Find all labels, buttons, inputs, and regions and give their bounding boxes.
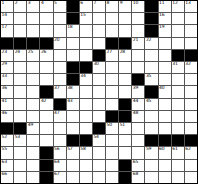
cell-r4c15[interactable] — [185, 38, 197, 49]
cell-r12c2[interactable]: 53 — [14, 135, 26, 146]
cell-r3c4[interactable] — [40, 25, 52, 36]
cell-r11c4[interactable] — [40, 123, 52, 134]
clue-number: 36 — [2, 86, 7, 91]
cell-r10c12[interactable] — [145, 111, 157, 122]
black-cell-r12c12 — [145, 135, 157, 146]
cell-r7c2[interactable] — [14, 74, 26, 85]
cell-r9c8[interactable] — [93, 99, 105, 110]
cell-r13c5[interactable]: 56 — [54, 147, 66, 158]
black-cell-r4c4 — [40, 38, 52, 49]
clue-number: 22 — [146, 38, 151, 43]
cell-r15c11[interactable]: 68 — [132, 172, 144, 183]
cell-r14c1[interactable]: 63 — [1, 160, 13, 171]
cell-r10c14[interactable] — [172, 111, 184, 122]
cell-r7c9[interactable] — [106, 74, 118, 85]
cell-r2c9[interactable] — [106, 13, 118, 24]
clue-number: 25 — [28, 50, 33, 55]
cell-r3c3[interactable] — [27, 25, 39, 36]
cell-r2c1[interactable]: 14 — [1, 13, 13, 24]
cell-r9c3[interactable] — [27, 99, 39, 110]
cell-r5c2[interactable]: 24 — [14, 50, 26, 61]
black-cell-r8c12 — [145, 86, 157, 97]
cell-r9c2[interactable] — [14, 99, 26, 110]
cell-r2c14[interactable] — [172, 13, 184, 24]
clue-number: 19 — [159, 25, 164, 30]
cell-r9c15[interactable] — [185, 99, 197, 110]
clue-number: 3 — [28, 1, 31, 6]
clue-number: 59 — [146, 147, 151, 152]
cell-r5c11[interactable] — [132, 50, 144, 61]
cell-r4c8[interactable] — [93, 38, 105, 49]
cell-r4c13[interactable] — [159, 38, 171, 49]
cell-r5c13[interactable] — [159, 50, 171, 61]
cell-r14c8[interactable] — [93, 160, 105, 171]
clue-number: 54 — [93, 135, 98, 140]
cell-r6c10[interactable] — [119, 62, 131, 73]
clue-number: 2 — [15, 1, 18, 6]
cell-r7c3[interactable] — [27, 74, 39, 85]
cell-r13c12[interactable]: 59 — [145, 147, 157, 158]
cell-r5c6[interactable] — [67, 50, 79, 61]
cell-r13c2[interactable] — [14, 147, 26, 158]
black-cell-r5c14 — [172, 50, 184, 61]
cell-r2c15[interactable] — [185, 13, 197, 24]
cell-r2c5[interactable] — [54, 13, 66, 24]
cell-r6c2[interactable] — [14, 62, 26, 73]
cell-r4c11[interactable]: 21 — [132, 38, 144, 49]
cell-r6c12[interactable] — [145, 62, 157, 73]
cell-r14c5[interactable]: 64 — [54, 160, 66, 171]
cell-r9c14[interactable] — [172, 99, 184, 110]
cell-r8c14[interactable] — [172, 86, 184, 97]
cell-r8c15[interactable] — [185, 86, 197, 97]
cell-r7c15[interactable] — [185, 74, 197, 85]
cell-r3c10[interactable] — [119, 25, 131, 36]
cell-r12c1[interactable]: 52 — [1, 135, 13, 146]
black-cell-r7c11 — [132, 74, 144, 85]
black-cell-r5c15 — [185, 50, 197, 61]
clue-number: 39 — [133, 86, 138, 91]
cell-r10c2[interactable] — [14, 111, 26, 122]
cell-r14c9[interactable] — [106, 160, 118, 171]
black-cell-r9c10 — [119, 99, 131, 110]
clue-number: 27 — [107, 50, 112, 55]
cell-r10c13[interactable] — [159, 111, 171, 122]
cell-r11c9[interactable]: 50 — [106, 123, 118, 134]
cell-r5c7[interactable] — [80, 50, 92, 61]
cell-r10c5[interactable]: 47 — [54, 111, 66, 122]
cell-r12c9[interactable] — [106, 135, 118, 146]
black-cell-r10c10 — [119, 111, 131, 122]
black-cell-r14c10 — [119, 160, 131, 171]
black-cell-r1c12 — [145, 1, 157, 12]
cell-r1c9[interactable]: 8 — [106, 1, 118, 12]
clue-number: 38 — [67, 86, 72, 91]
cell-r13c15[interactable]: 62 — [185, 147, 197, 158]
clue-number: 20 — [54, 38, 59, 43]
cell-r6c15[interactable]: 32 — [185, 62, 197, 73]
clue-number: 49 — [28, 123, 33, 128]
clue-number: 67 — [54, 172, 59, 177]
cell-r9c12[interactable]: 45 — [145, 99, 157, 110]
cell-r6c9[interactable] — [106, 62, 118, 73]
cell-r10c4[interactable] — [40, 111, 52, 122]
black-cell-r9c5 — [54, 99, 66, 110]
cell-r13c10[interactable] — [119, 147, 131, 158]
black-cell-r14c4 — [40, 160, 52, 171]
cell-r2c10[interactable] — [119, 13, 131, 24]
cell-r4c7[interactable] — [80, 38, 92, 49]
clue-number: 7 — [93, 1, 96, 6]
cell-r8c9[interactable] — [106, 86, 118, 97]
cell-r3c5[interactable] — [54, 25, 66, 36]
cell-r10c15[interactable] — [185, 111, 197, 122]
cell-r13c7[interactable]: 58 — [80, 147, 92, 158]
cell-r6c8[interactable]: 30 — [93, 62, 105, 73]
cell-r8c1[interactable]: 36 — [1, 86, 13, 97]
cell-r8c3[interactable] — [27, 86, 39, 97]
cell-r1c3[interactable]: 3 — [27, 1, 39, 12]
black-cell-r2c6 — [67, 13, 79, 24]
cell-r13c9[interactable] — [106, 147, 118, 158]
cell-r8c5[interactable]: 37 — [54, 86, 66, 97]
cell-r15c12[interactable] — [145, 172, 157, 183]
cell-r5c5[interactable] — [54, 50, 66, 61]
cell-r6c5[interactable] — [54, 62, 66, 73]
cell-r1c11[interactable]: 10 — [132, 1, 144, 12]
clue-number: 37 — [54, 86, 59, 91]
cell-r10c11[interactable]: 48 — [132, 111, 144, 122]
cell-r14c11[interactable]: 65 — [132, 160, 144, 171]
black-cell-r7c6 — [67, 74, 79, 85]
clue-number: 8 — [107, 1, 110, 6]
cell-r14c6[interactable] — [67, 160, 79, 171]
cell-r4c12[interactable]: 22 — [145, 38, 157, 49]
cell-r7c5[interactable] — [54, 74, 66, 85]
cell-r11c7[interactable] — [80, 123, 92, 134]
cell-r10c1[interactable]: 46 — [1, 111, 13, 122]
black-cell-r11c1 — [1, 123, 13, 134]
clue-number: 28 — [120, 50, 125, 55]
cell-r4c5[interactable]: 20 — [54, 38, 66, 49]
cell-r2c13[interactable]: 16 — [159, 13, 171, 24]
cell-r5c10[interactable]: 28 — [119, 50, 131, 61]
cell-r9c11[interactable]: 44 — [132, 99, 144, 110]
clue-number: 60 — [159, 147, 164, 152]
clue-number: 41 — [2, 99, 7, 104]
clue-number: 29 — [2, 62, 7, 67]
clue-number: 51 — [120, 123, 125, 128]
black-cell-r8c4 — [40, 86, 52, 97]
cell-r15c15[interactable] — [185, 172, 197, 183]
black-cell-r4c1 — [1, 38, 13, 49]
cell-r9c1[interactable]: 41 — [1, 99, 13, 110]
clue-number: 34 — [80, 74, 85, 79]
cell-r9c9[interactable] — [106, 99, 118, 110]
clue-number: 15 — [80, 13, 85, 18]
cell-r9c6[interactable]: 43 — [67, 99, 79, 110]
cell-r1c15[interactable]: 13 — [185, 1, 197, 12]
cell-r1c8[interactable]: 7 — [93, 1, 105, 12]
clue-number: 40 — [159, 86, 164, 91]
cell-r9c4[interactable]: 42 — [40, 99, 52, 110]
clue-number: 33 — [2, 74, 7, 79]
cell-r11c3[interactable]: 49 — [27, 123, 39, 134]
cell-r8c7[interactable] — [80, 86, 92, 97]
cell-r12c3[interactable] — [27, 135, 39, 146]
cell-r5c1[interactable]: 23 — [1, 50, 13, 61]
clue-number: 56 — [54, 147, 59, 152]
cell-r6c13[interactable] — [159, 62, 171, 73]
cell-r3c7[interactable] — [80, 25, 92, 36]
clue-number: 13 — [185, 1, 190, 6]
cell-r3c8[interactable] — [93, 25, 105, 36]
cell-r15c1[interactable]: 66 — [1, 172, 13, 183]
clue-number: 61 — [172, 147, 177, 152]
cell-r11c10[interactable]: 51 — [119, 123, 131, 134]
cell-r1c5[interactable]: 5 — [54, 1, 66, 12]
clue-number: 23 — [2, 50, 7, 55]
cell-r8c10[interactable] — [119, 86, 131, 97]
clue-number: 17 — [2, 25, 7, 30]
cell-r12c5[interactable] — [54, 135, 66, 146]
cell-r11c6[interactable] — [67, 123, 79, 134]
cell-r7c10[interactable] — [119, 74, 131, 85]
cell-r8c2[interactable] — [14, 86, 26, 97]
cell-r13c6[interactable]: 57 — [67, 147, 79, 158]
clue-number: 30 — [93, 62, 98, 67]
cell-r12c11[interactable] — [132, 135, 144, 146]
cell-r14c2[interactable] — [14, 160, 26, 171]
clue-number: 48 — [133, 111, 138, 116]
clue-number: 26 — [41, 50, 46, 55]
clue-number: 43 — [67, 99, 72, 104]
clue-number: 66 — [2, 172, 7, 177]
cell-r13c14[interactable]: 61 — [172, 147, 184, 158]
cell-r14c13[interactable] — [159, 160, 171, 171]
black-cell-r4c9 — [106, 38, 118, 49]
black-cell-r11c8 — [93, 123, 105, 134]
cell-r6c1[interactable]: 29 — [1, 62, 13, 73]
cell-r2c3[interactable] — [27, 13, 39, 24]
cell-r1c14[interactable]: 12 — [172, 1, 184, 12]
cell-r3c2[interactable] — [14, 25, 26, 36]
clue-number: 31 — [172, 62, 177, 67]
cell-r1c13[interactable]: 11 — [159, 1, 171, 12]
cell-r13c13[interactable]: 60 — [159, 147, 171, 158]
cell-r13c11[interactable] — [132, 147, 144, 158]
clue-number: 64 — [54, 160, 59, 165]
cell-r6c11[interactable] — [132, 62, 144, 73]
cell-r15c6[interactable] — [67, 172, 79, 183]
black-cell-r12c6 — [67, 135, 79, 146]
cell-r12c4[interactable] — [40, 135, 52, 146]
black-cell-r5c8 — [93, 50, 105, 61]
clue-number: 55 — [2, 147, 7, 152]
cell-r5c9[interactable]: 27 — [106, 50, 118, 61]
cell-r6c4[interactable] — [40, 62, 52, 73]
cell-r2c11[interactable] — [132, 13, 144, 24]
clue-number: 42 — [41, 99, 46, 104]
cell-r8c6[interactable]: 38 — [67, 86, 79, 97]
cell-r7c14[interactable] — [172, 74, 184, 85]
cell-r7c8[interactable] — [93, 74, 105, 85]
cell-r6c3[interactable] — [27, 62, 39, 73]
cell-r15c5[interactable]: 67 — [54, 172, 66, 183]
cell-r1c1[interactable]: 1 — [1, 1, 13, 12]
cell-r7c7[interactable]: 34 — [80, 74, 92, 85]
cell-r9c13[interactable] — [159, 99, 171, 110]
cell-r15c9[interactable] — [106, 172, 118, 183]
cell-r14c12[interactable] — [145, 160, 157, 171]
cell-r12c8[interactable]: 54 — [93, 135, 105, 146]
cell-r1c10[interactable]: 9 — [119, 1, 131, 12]
cell-r1c7[interactable]: 6 — [80, 1, 92, 12]
black-cell-r4c10 — [119, 38, 131, 49]
cell-r15c14[interactable] — [172, 172, 184, 183]
cell-r13c3[interactable] — [27, 147, 39, 158]
black-cell-r15c10 — [119, 172, 131, 183]
black-cell-r13c4 — [40, 147, 52, 158]
cell-r3c1[interactable]: 17 — [1, 25, 13, 36]
black-cell-r12c14 — [172, 135, 184, 146]
cell-r11c12[interactable] — [145, 123, 157, 134]
clue-number: 68 — [133, 172, 138, 177]
black-cell-r3c12 — [145, 25, 157, 36]
cell-r15c8[interactable] — [93, 172, 105, 183]
cell-r15c7[interactable] — [80, 172, 92, 183]
cell-r15c3[interactable] — [27, 172, 39, 183]
clue-number: 53 — [15, 135, 20, 140]
clue-number: 11 — [159, 1, 164, 6]
clue-number: 6 — [80, 1, 83, 6]
cell-r11c13[interactable] — [159, 123, 171, 134]
cell-r11c14[interactable] — [172, 123, 184, 134]
clue-number: 62 — [185, 147, 190, 152]
black-cell-r6c7 — [80, 62, 92, 73]
cell-r4c6[interactable] — [67, 38, 79, 49]
cell-r9c7[interactable] — [80, 99, 92, 110]
cell-r15c2[interactable] — [14, 172, 26, 183]
clue-number: 16 — [159, 13, 164, 18]
clue-number: 14 — [2, 13, 7, 18]
cell-r2c4[interactable] — [40, 13, 52, 24]
clue-number: 57 — [67, 147, 72, 152]
cell-r13c1[interactable]: 55 — [1, 147, 13, 158]
cell-r6c14[interactable]: 31 — [172, 62, 184, 73]
cell-r5c12[interactable] — [145, 50, 157, 61]
cell-r11c11[interactable] — [132, 123, 144, 134]
clue-number: 65 — [133, 160, 138, 165]
clue-number: 32 — [185, 62, 190, 67]
clue-number: 12 — [172, 1, 177, 6]
clue-number: 50 — [107, 123, 112, 128]
cell-r7c13[interactable] — [159, 74, 171, 85]
cell-r3c9[interactable] — [106, 25, 118, 36]
cell-r7c1[interactable]: 33 — [1, 74, 13, 85]
cell-r15c13[interactable] — [159, 172, 171, 183]
cell-r12c10[interactable] — [119, 135, 131, 146]
black-cell-r2c12 — [145, 13, 157, 24]
black-cell-r1c6 — [67, 1, 79, 12]
cell-r5c4[interactable]: 26 — [40, 50, 52, 61]
cell-r8c13[interactable]: 40 — [159, 86, 171, 97]
cell-r5c3[interactable]: 25 — [27, 50, 39, 61]
cell-r13c8[interactable] — [93, 147, 105, 158]
cell-r8c8[interactable] — [93, 86, 105, 97]
cell-r14c7[interactable] — [80, 160, 92, 171]
cell-r3c11[interactable] — [132, 25, 144, 36]
clue-number: 58 — [80, 147, 85, 152]
cell-r2c7[interactable]: 15 — [80, 13, 92, 24]
black-cell-r4c3 — [27, 38, 39, 49]
cell-r2c8[interactable] — [93, 13, 105, 24]
cell-r7c4[interactable] — [40, 74, 52, 85]
black-cell-r12c15 — [185, 135, 197, 146]
clue-number: 18 — [67, 25, 72, 30]
black-cell-r11c2 — [14, 123, 26, 134]
cell-r14c15[interactable] — [185, 160, 197, 171]
cell-r2c2[interactable] — [14, 13, 26, 24]
clue-number: 10 — [133, 1, 138, 6]
cell-r3c15[interactable] — [185, 25, 197, 36]
cell-r1c4[interactable]: 4 — [40, 1, 52, 12]
clue-number: 4 — [41, 1, 44, 6]
clue-number: 5 — [54, 1, 57, 6]
cell-r1c2[interactable]: 2 — [14, 1, 26, 12]
clue-number: 1 — [2, 1, 5, 6]
black-cell-r12c13 — [159, 135, 171, 146]
black-cell-r15c4 — [40, 172, 52, 183]
cell-r3c13[interactable]: 19 — [159, 25, 171, 36]
clue-number: 9 — [120, 1, 123, 6]
clue-number: 24 — [15, 50, 20, 55]
cell-r10c6[interactable] — [67, 111, 79, 122]
cell-r14c14[interactable] — [172, 160, 184, 171]
cell-r11c15[interactable] — [185, 123, 197, 134]
cell-r10c7[interactable] — [80, 111, 92, 122]
cell-r7c12[interactable]: 35 — [145, 74, 157, 85]
black-cell-r6c6 — [67, 62, 79, 73]
clue-number: 21 — [133, 38, 138, 43]
clue-number: 52 — [2, 135, 7, 140]
cell-r10c3[interactable] — [27, 111, 39, 122]
clue-number: 45 — [146, 99, 151, 104]
clue-number: 35 — [146, 74, 151, 79]
cell-r4c14[interactable] — [172, 38, 184, 49]
clue-number: 63 — [2, 160, 7, 165]
clue-number: 46 — [2, 111, 7, 116]
cell-r8c11[interactable]: 39 — [132, 86, 144, 97]
black-cell-r12c7 — [80, 135, 92, 146]
cell-r10c8[interactable] — [93, 111, 105, 122]
cell-r11c5[interactable] — [54, 123, 66, 134]
crossword-grid: 1234567891011121314151617181920212223242… — [0, 0, 198, 184]
clue-number: 47 — [54, 111, 59, 116]
black-cell-r10c9 — [106, 111, 118, 122]
cell-r3c14[interactable] — [172, 25, 184, 36]
cell-r3c6[interactable]: 18 — [67, 25, 79, 36]
black-cell-r4c2 — [14, 38, 26, 49]
cell-r14c3[interactable] — [27, 160, 39, 171]
clue-number: 44 — [133, 99, 138, 104]
